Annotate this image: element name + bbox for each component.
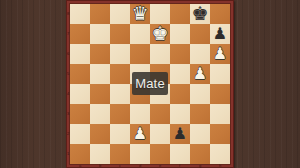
- chess-app-screen: ♛♚♚♟♟♟♟♟ abcdefgh87654321 Mate: [0, 0, 300, 168]
- file-label-f: f: [179, 164, 180, 168]
- file-label-g: g: [199, 164, 201, 168]
- rank-label-6: 6: [67, 52, 69, 56]
- square-h7[interactable]: ♟: [210, 24, 230, 44]
- piece-white-pawn[interactable]: ♟: [133, 124, 147, 144]
- square-c3[interactable]: [110, 104, 130, 124]
- square-c8[interactable]: [110, 4, 130, 24]
- square-b7[interactable]: [90, 24, 110, 44]
- rank-label-3: 3: [67, 112, 69, 116]
- square-c6[interactable]: [110, 44, 130, 64]
- square-a6[interactable]: [70, 44, 90, 64]
- rank-label-7: 7: [67, 32, 69, 36]
- square-b1[interactable]: [90, 144, 110, 164]
- square-e7[interactable]: ♚: [150, 24, 170, 44]
- square-b6[interactable]: [90, 44, 110, 64]
- square-d2[interactable]: ♟: [130, 124, 150, 144]
- square-b2[interactable]: [90, 124, 110, 144]
- square-e3[interactable]: [150, 104, 170, 124]
- square-c5[interactable]: [110, 64, 130, 84]
- square-e6[interactable]: [150, 44, 170, 64]
- square-d7[interactable]: [130, 24, 150, 44]
- square-g3[interactable]: [190, 104, 210, 124]
- square-d8[interactable]: ♛: [130, 4, 150, 24]
- square-g1[interactable]: [190, 144, 210, 164]
- square-g6[interactable]: [190, 44, 210, 64]
- square-c2[interactable]: [110, 124, 130, 144]
- square-f1[interactable]: [170, 144, 190, 164]
- piece-white-king[interactable]: ♚: [151, 24, 168, 44]
- square-c1[interactable]: [110, 144, 130, 164]
- square-g4[interactable]: [190, 84, 210, 104]
- piece-white-pawn[interactable]: ♟: [213, 44, 227, 64]
- mate-status-badge: Mate: [132, 72, 168, 95]
- square-c7[interactable]: [110, 24, 130, 44]
- square-a5[interactable]: [70, 64, 90, 84]
- rank-label-5: 5: [67, 72, 69, 76]
- square-g7[interactable]: [190, 24, 210, 44]
- file-label-b: b: [99, 164, 101, 168]
- square-e8[interactable]: [150, 4, 170, 24]
- square-h6[interactable]: ♟: [210, 44, 230, 64]
- piece-black-pawn[interactable]: ♟: [213, 24, 227, 44]
- square-e1[interactable]: [150, 144, 170, 164]
- square-g2[interactable]: [190, 124, 210, 144]
- square-g8[interactable]: ♚: [190, 4, 210, 24]
- file-label-d: d: [139, 164, 141, 168]
- square-d6[interactable]: [130, 44, 150, 64]
- rank-label-4: 4: [67, 92, 69, 96]
- square-c4[interactable]: [110, 84, 130, 104]
- square-b4[interactable]: [90, 84, 110, 104]
- file-label-h: h: [219, 164, 221, 168]
- square-h8[interactable]: [210, 4, 230, 24]
- rank-label-8: 8: [67, 12, 69, 16]
- square-a2[interactable]: [70, 124, 90, 144]
- square-a7[interactable]: [70, 24, 90, 44]
- square-h3[interactable]: [210, 104, 230, 124]
- square-a4[interactable]: [70, 84, 90, 104]
- square-b5[interactable]: [90, 64, 110, 84]
- square-b3[interactable]: [90, 104, 110, 124]
- rank-label-1: 1: [67, 152, 69, 156]
- square-d1[interactable]: [130, 144, 150, 164]
- square-f5[interactable]: [170, 64, 190, 84]
- square-f7[interactable]: [170, 24, 190, 44]
- square-b8[interactable]: [90, 4, 110, 24]
- file-label-c: c: [119, 164, 121, 168]
- square-h1[interactable]: [210, 144, 230, 164]
- piece-black-pawn[interactable]: ♟: [173, 124, 187, 144]
- square-h4[interactable]: [210, 84, 230, 104]
- piece-white-queen[interactable]: ♛: [131, 4, 148, 24]
- square-f2[interactable]: ♟: [170, 124, 190, 144]
- square-h2[interactable]: [210, 124, 230, 144]
- square-a3[interactable]: [70, 104, 90, 124]
- square-f8[interactable]: [170, 4, 190, 24]
- square-g5[interactable]: ♟: [190, 64, 210, 84]
- file-label-a: a: [79, 164, 81, 168]
- square-e2[interactable]: [150, 124, 170, 144]
- piece-white-pawn[interactable]: ♟: [193, 64, 207, 84]
- square-a8[interactable]: [70, 4, 90, 24]
- file-label-e: e: [159, 164, 161, 168]
- square-f4[interactable]: [170, 84, 190, 104]
- rank-label-2: 2: [67, 132, 69, 136]
- square-f6[interactable]: [170, 44, 190, 64]
- mate-status-label: Mate: [135, 76, 165, 91]
- square-a1[interactable]: [70, 144, 90, 164]
- square-h5[interactable]: [210, 64, 230, 84]
- square-d3[interactable]: [130, 104, 150, 124]
- piece-black-king[interactable]: ♚: [191, 4, 208, 24]
- square-f3[interactable]: [170, 104, 190, 124]
